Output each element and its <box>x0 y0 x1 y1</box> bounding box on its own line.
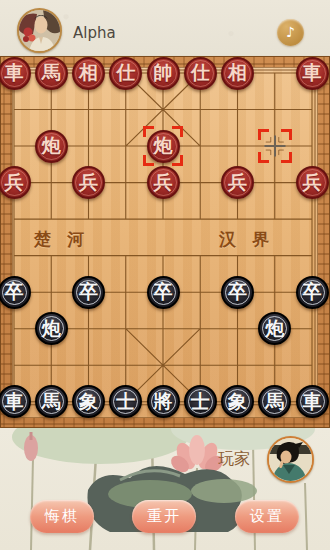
piece-black-general[interactable]: 將 <box>147 385 180 418</box>
bottom-bar: 玩家 悔棋 重开 设置 <box>0 428 330 550</box>
player-label: 玩家 <box>218 449 250 470</box>
piece-black-soldier[interactable]: 卒 <box>72 276 105 309</box>
top-bar: Alpha ♪ <box>0 0 330 56</box>
piece-red-horse[interactable]: 馬 <box>35 57 68 90</box>
piece-black-soldier[interactable]: 卒 <box>221 276 254 309</box>
piece-black-chariot[interactable]: 車 <box>0 385 31 418</box>
piece-red-soldier[interactable]: 兵 <box>221 166 254 199</box>
piece-red-cannon[interactable]: 炮 <box>147 130 180 163</box>
music-note-icon: ♪ <box>286 24 295 40</box>
river-label-left: 楚 河 <box>34 228 89 251</box>
xiangqi-app-screen: Alpha ♪ 楚 河 汉 界 車馬相仕帥仕相車炮炮兵兵兵兵兵卒卒卒卒卒炮炮車馬… <box>0 0 330 550</box>
piece-red-soldier[interactable]: 兵 <box>147 166 180 199</box>
piece-black-soldier[interactable]: 卒 <box>0 276 31 309</box>
piece-red-general[interactable]: 帥 <box>147 57 180 90</box>
piece-red-soldier[interactable]: 兵 <box>0 166 31 199</box>
piece-red-advisor[interactable]: 仕 <box>109 57 142 90</box>
river-label-right: 汉 界 <box>219 228 274 251</box>
piece-red-chariot[interactable]: 車 <box>0 57 31 90</box>
player-avatar-art <box>269 438 312 481</box>
opponent-name: Alpha <box>73 24 116 42</box>
piece-black-horse[interactable]: 馬 <box>35 385 68 418</box>
player-avatar <box>267 436 314 483</box>
piece-red-soldier[interactable]: 兵 <box>296 166 329 199</box>
piece-black-advisor[interactable]: 士 <box>184 385 217 418</box>
piece-red-soldier[interactable]: 兵 <box>72 166 105 199</box>
piece-red-elephant[interactable]: 相 <box>72 57 105 90</box>
piece-black-chariot[interactable]: 車 <box>296 385 329 418</box>
piece-red-advisor[interactable]: 仕 <box>184 57 217 90</box>
piece-red-elephant[interactable]: 相 <box>221 57 254 90</box>
piece-black-cannon[interactable]: 炮 <box>35 312 68 345</box>
piece-red-cannon[interactable]: 炮 <box>35 130 68 163</box>
xiangqi-board[interactable]: 楚 河 汉 界 車馬相仕帥仕相車炮炮兵兵兵兵兵卒卒卒卒卒炮炮車馬象士將士象馬車 <box>0 56 330 428</box>
music-toggle-button[interactable]: ♪ <box>277 19 304 46</box>
opponent-avatar-art <box>19 10 60 51</box>
piece-red-chariot[interactable]: 車 <box>296 57 329 90</box>
undo-move-button[interactable]: 悔棋 <box>30 500 94 533</box>
piece-black-soldier[interactable]: 卒 <box>147 276 180 309</box>
restart-game-button[interactable]: 重开 <box>132 500 196 533</box>
opponent-avatar <box>17 8 62 53</box>
settings-button[interactable]: 设置 <box>235 500 299 533</box>
piece-black-soldier[interactable]: 卒 <box>296 276 329 309</box>
